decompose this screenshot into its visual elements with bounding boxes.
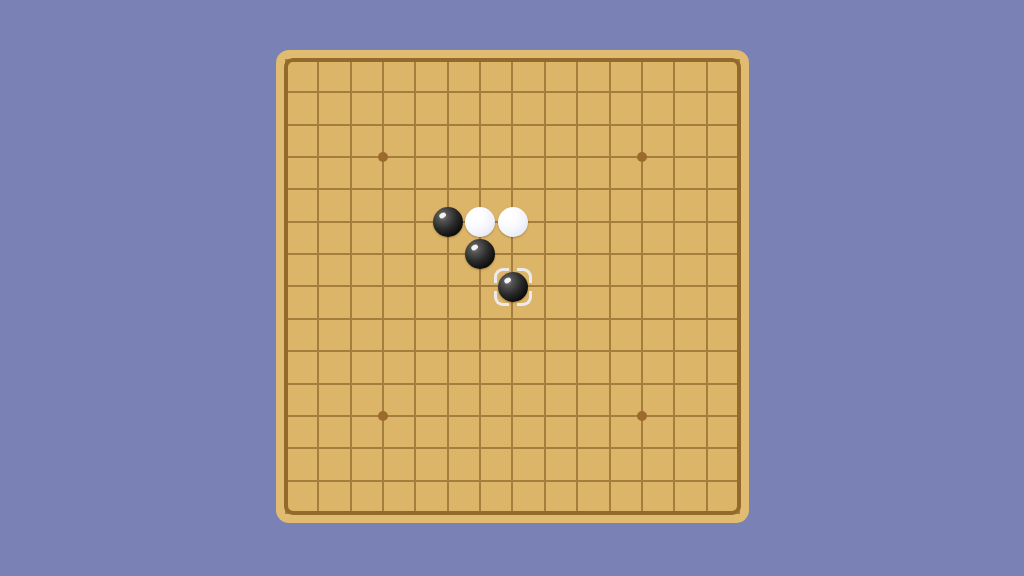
star-point-dot: [378, 152, 388, 162]
black-stone: [498, 272, 528, 302]
white-stone-cell: [464, 206, 496, 238]
black-stone-cell: [496, 270, 528, 302]
star-point-dot: [637, 152, 647, 162]
black-stone: [465, 239, 495, 269]
white-stone-cell: [496, 206, 528, 238]
white-stone: [498, 207, 528, 237]
star-point: [626, 141, 658, 173]
star-point-dot: [637, 411, 647, 421]
black-stone: [433, 207, 463, 237]
white-stone: [465, 207, 495, 237]
intersections[interactable]: [270, 44, 755, 529]
star-point-dot: [378, 411, 388, 421]
star-point: [367, 400, 399, 432]
black-stone-cell: [464, 238, 496, 270]
black-stone-cell: [432, 206, 464, 238]
gomoku-board[interactable]: [276, 50, 749, 523]
star-point: [367, 141, 399, 173]
app-background: [0, 0, 1024, 576]
star-point: [626, 400, 658, 432]
